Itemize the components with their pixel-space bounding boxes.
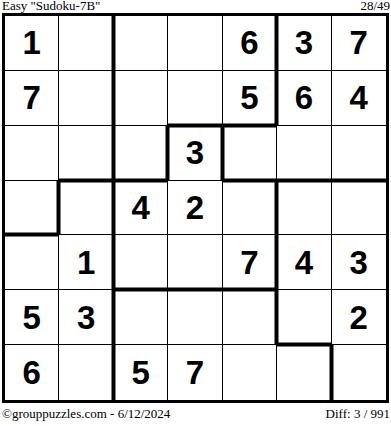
cell-r1c6[interactable]: 3 [277,16,331,71]
cell-r7c7[interactable] [332,345,386,400]
cell-r6c1[interactable]: 5 [5,290,59,345]
cell-r2c1[interactable]: 7 [5,71,59,126]
cell-r7c1[interactable]: 6 [5,345,59,400]
cell-r3c3[interactable] [114,126,168,181]
cell-r6c4[interactable] [168,290,222,345]
cell-r2c7[interactable]: 4 [332,71,386,126]
cell-r2c6[interactable]: 6 [277,71,331,126]
cell-r4c5[interactable] [223,181,277,236]
cell-r5c5[interactable]: 7 [223,235,277,290]
cell-r7c5[interactable] [223,345,277,400]
cell-r3c7[interactable] [332,126,386,181]
cell-r5c6[interactable]: 4 [277,235,331,290]
cell-r2c3[interactable] [114,71,168,126]
cell-r3c2[interactable] [59,126,113,181]
cell-r6c3[interactable] [114,290,168,345]
cell-r2c5[interactable]: 5 [223,71,277,126]
cell-r5c2[interactable]: 1 [59,235,113,290]
cell-r1c1[interactable]: 1 [5,16,59,71]
cell-r4c7[interactable] [332,181,386,236]
cell-r5c3[interactable] [114,235,168,290]
cells-remaining-counter: 28/49 [360,0,390,14]
cell-r3c1[interactable] [5,126,59,181]
cell-r3c5[interactable] [223,126,277,181]
cell-r7c4[interactable]: 7 [168,345,222,400]
cell-r1c7[interactable]: 7 [332,16,386,71]
difficulty-text: Diff: 3 / 991 [326,406,390,422]
cell-r5c1[interactable] [5,235,59,290]
cell-r6c7[interactable]: 2 [332,290,386,345]
puzzle-page: Easy "Sudoku-7B" 28/49 16377564342174353… [0,0,391,426]
cell-r6c2[interactable]: 3 [59,290,113,345]
cell-r4c4[interactable]: 2 [168,181,222,236]
cell-r4c3[interactable]: 4 [114,181,168,236]
cell-r5c7[interactable]: 3 [332,235,386,290]
cell-r3c4[interactable]: 3 [168,126,222,181]
cell-r4c2[interactable] [59,181,113,236]
copyright-text: ©grouppuzzles.com - 6/12/2024 [2,406,170,422]
cell-r3c6[interactable] [277,126,331,181]
cell-r7c3[interactable]: 5 [114,345,168,400]
cell-r4c1[interactable] [5,181,59,236]
cell-r6c5[interactable] [223,290,277,345]
cell-r2c2[interactable] [59,71,113,126]
cell-r6c6[interactable] [277,290,331,345]
cell-r7c6[interactable] [277,345,331,400]
cell-r1c4[interactable] [168,16,222,71]
puzzle-title: Easy "Sudoku-7B" [2,0,100,14]
cell-r1c3[interactable] [114,16,168,71]
cell-r2c4[interactable] [168,71,222,126]
cell-r5c4[interactable] [168,235,222,290]
sudoku-board: 163775643421743532657 [2,13,389,403]
cell-r1c5[interactable]: 6 [223,16,277,71]
cell-r1c2[interactable] [59,16,113,71]
cell-r4c6[interactable] [277,181,331,236]
cell-r7c2[interactable] [59,345,113,400]
